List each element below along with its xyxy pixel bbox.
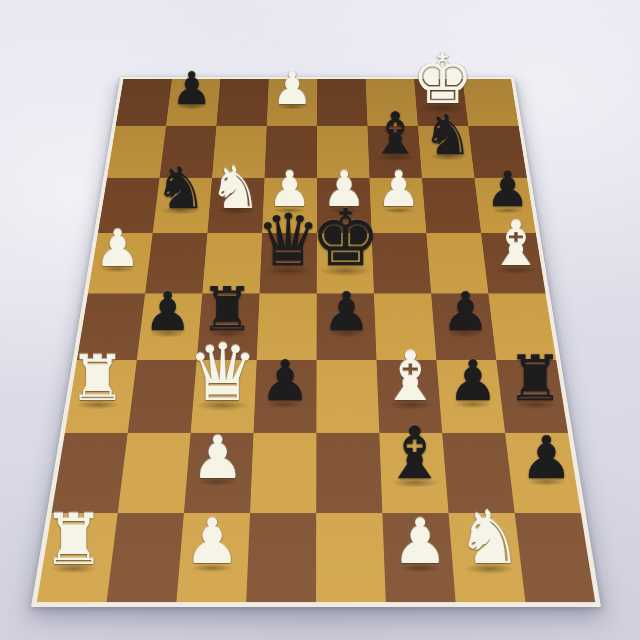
chess-piece-white-bishop-h5[interactable]: ♝ (488, 213, 544, 275)
chess-piece-white-pawn-c2[interactable]: ♟ (191, 428, 244, 487)
pieces-layer: ♟♟♚♝♞♞♞♟♟♟♟♟♛♚♝♟♜♟♟♜♛♟♝♟♜♟♝♟♜♟♟♞ (0, 0, 640, 640)
chess-piece-black-pawn-g4[interactable]: ♟ (442, 285, 490, 339)
chess-piece-black-pawn-g3[interactable]: ♟ (448, 353, 498, 409)
chess-piece-black-pawn-b4[interactable]: ♟ (144, 285, 192, 339)
chess-piece-black-bishop-f7[interactable]: ♝ (370, 105, 421, 162)
chess-piece-white-queen-c3[interactable]: ♛ (187, 333, 258, 412)
chess-piece-white-knight-c6[interactable]: ♞ (209, 158, 261, 216)
chess-piece-white-pawn-f6[interactable]: ♟ (377, 166, 421, 215)
chess-piece-black-rook-h3[interactable]: ♜ (507, 347, 564, 410)
chess-piece-white-knight-g1[interactable]: ♞ (456, 501, 522, 575)
chess-piece-white-rook-a3[interactable]: ♜ (69, 347, 126, 410)
chess-piece-black-bishop-f2[interactable]: ♝ (383, 417, 448, 489)
chess-piece-white-bishop-f3[interactable]: ♝ (380, 342, 441, 410)
chess-piece-black-pawn-d3[interactable]: ♟ (260, 353, 310, 409)
chess-piece-black-knight-g7[interactable]: ♞ (423, 106, 473, 162)
chess-piece-black-pawn-b8[interactable]: ♟ (171, 66, 211, 111)
chess-piece-white-pawn-d8[interactable]: ♟ (272, 66, 312, 111)
chess-piece-white-pawn-f1[interactable]: ♟ (392, 511, 448, 573)
chess-piece-black-knight-b6[interactable]: ♞ (155, 158, 207, 216)
chess-photo-scene: ♟♟♚♝♞♞♞♟♟♟♟♟♛♚♝♟♜♟♟♜♛♟♝♟♜♟♝♟♜♟♟♞ (0, 0, 640, 640)
chess-piece-black-pawn-e4[interactable]: ♟ (322, 285, 370, 339)
chess-piece-black-pawn-h2[interactable]: ♟ (520, 428, 573, 487)
chess-piece-white-pawn-c1[interactable]: ♟ (184, 511, 240, 573)
chess-piece-black-king-e5[interactable]: ♚ (310, 200, 380, 278)
chess-piece-white-rook-a1[interactable]: ♜ (42, 505, 105, 575)
chess-piece-white-pawn-a5[interactable]: ♟ (95, 223, 141, 274)
